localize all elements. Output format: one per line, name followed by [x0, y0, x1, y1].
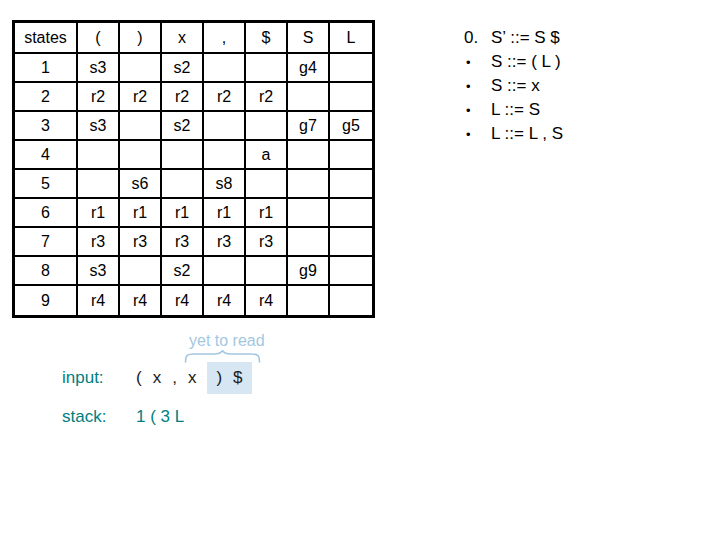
table-cell: 4	[15, 141, 78, 170]
table-cell	[246, 170, 288, 199]
input-token-unread: )	[216, 368, 222, 388]
table-cell: r3	[78, 228, 120, 257]
table-cell: r1	[78, 199, 120, 228]
table-cell: s6	[120, 170, 162, 199]
table-cell: g9	[288, 257, 330, 286]
grammar-rule: •S ::= ( L )	[464, 50, 563, 74]
grammar-rule-text: L ::= S	[491, 100, 540, 120]
table-cell	[330, 83, 372, 112]
table-cell	[246, 257, 288, 286]
table-cell: r1	[120, 199, 162, 228]
table-cell: r2	[204, 83, 246, 112]
table-cell: a	[246, 141, 288, 170]
grammar-rule-marker: •	[464, 103, 491, 118]
table-cell	[120, 54, 162, 83]
table-cell: r4	[78, 286, 120, 315]
table-cell: r1	[162, 199, 204, 228]
table-cell	[246, 112, 288, 141]
table-cell	[288, 141, 330, 170]
table-cell: r1	[246, 199, 288, 228]
input-token: ,	[172, 368, 177, 388]
table-cell	[162, 170, 204, 199]
table-cell: 5	[15, 170, 78, 199]
table-header-cell: ,	[204, 23, 246, 54]
table-cell	[288, 286, 330, 315]
table-cell: r4	[204, 286, 246, 315]
table-cell	[330, 170, 372, 199]
grammar-rule: 0.S’ ::= S $	[464, 26, 563, 50]
grammar-rule-marker: •	[464, 127, 491, 142]
table-cell: s2	[162, 112, 204, 141]
yet-to-read-label: yet to read	[189, 332, 265, 350]
grammar-rule: •L ::= S	[464, 98, 563, 122]
table-cell	[120, 141, 162, 170]
input-label: input:	[62, 368, 136, 388]
table-cell	[330, 141, 372, 170]
grammar-rule-text: L ::= L , S	[491, 124, 563, 144]
table-header-cell: L	[330, 23, 372, 54]
grammar-rule-marker: 0.	[464, 28, 491, 48]
table-cell: r1	[204, 199, 246, 228]
table-cell	[330, 286, 372, 315]
table-cell: r4	[162, 286, 204, 315]
input-token: x	[153, 368, 162, 388]
table-cell	[204, 257, 246, 286]
table-cell: s3	[78, 112, 120, 141]
table-cell: 9	[15, 286, 78, 315]
lr-parse-table: states()x,$SL1s3s2g42r2r2r2r2r23s3s2g7g5…	[12, 20, 375, 318]
table-header-cell: states	[15, 23, 78, 54]
table-cell	[330, 228, 372, 257]
table-cell: r2	[120, 83, 162, 112]
input-token: x	[188, 368, 197, 388]
stack-label: stack:	[62, 407, 136, 427]
table-cell: 3	[15, 112, 78, 141]
table-cell	[162, 141, 204, 170]
table-cell: r2	[78, 83, 120, 112]
table-cell: 6	[15, 199, 78, 228]
table-cell: g4	[288, 54, 330, 83]
table-cell	[204, 112, 246, 141]
input-token-unread: $	[233, 368, 242, 388]
table-cell	[120, 257, 162, 286]
table-header-cell: S	[288, 23, 330, 54]
table-cell: 1	[15, 54, 78, 83]
input-row: input: (x,x)$	[62, 362, 252, 394]
table-cell: 2	[15, 83, 78, 112]
table-cell	[204, 54, 246, 83]
table-cell: s3	[78, 54, 120, 83]
table-cell	[78, 170, 120, 199]
table-header-cell: )	[120, 23, 162, 54]
stack-row: stack: 1 ( 3 L	[62, 404, 184, 430]
table-cell: s2	[162, 257, 204, 286]
table-cell: g7	[288, 112, 330, 141]
table-cell	[330, 199, 372, 228]
stack-value: 1 ( 3 L	[136, 407, 184, 427]
input-tokens: (x,x)$	[136, 368, 252, 388]
table-cell	[288, 83, 330, 112]
table-cell	[78, 141, 120, 170]
unread-input-highlight: )$	[207, 362, 251, 394]
table-cell: g5	[330, 112, 372, 141]
grammar-rule: •S ::= x	[464, 74, 563, 98]
grammar-rule-text: S’ ::= S $	[491, 28, 560, 48]
table-cell: s8	[204, 170, 246, 199]
grammar-rule-text: S ::= x	[491, 76, 540, 96]
table-cell	[246, 54, 288, 83]
table-header-cell: x	[162, 23, 204, 54]
table-cell	[288, 199, 330, 228]
table-cell: r3	[204, 228, 246, 257]
table-cell: r2	[162, 83, 204, 112]
table-header-cell: $	[246, 23, 288, 54]
table-cell: r4	[246, 286, 288, 315]
grammar-rule: •L ::= L , S	[464, 122, 563, 146]
table-cell	[120, 112, 162, 141]
table-cell: s2	[162, 54, 204, 83]
grammar-rule-marker: •	[464, 55, 491, 70]
table-cell: 7	[15, 228, 78, 257]
table-cell	[330, 257, 372, 286]
table-cell	[288, 170, 330, 199]
table-cell	[288, 228, 330, 257]
table-cell: r3	[162, 228, 204, 257]
table-cell: r3	[120, 228, 162, 257]
table-header-cell: (	[78, 23, 120, 54]
table-cell: r2	[246, 83, 288, 112]
table-cell	[330, 54, 372, 83]
table-cell	[204, 141, 246, 170]
table-cell: r4	[120, 286, 162, 315]
table-cell: s3	[78, 257, 120, 286]
grammar-rule-marker: •	[464, 79, 491, 94]
input-token: (	[136, 368, 142, 388]
table-cell: 8	[15, 257, 78, 286]
table-cell: r3	[246, 228, 288, 257]
grammar-list: 0.S’ ::= S $•S ::= ( L )•S ::= x•L ::= S…	[464, 26, 563, 146]
grammar-rule-text: S ::= ( L )	[491, 52, 561, 72]
